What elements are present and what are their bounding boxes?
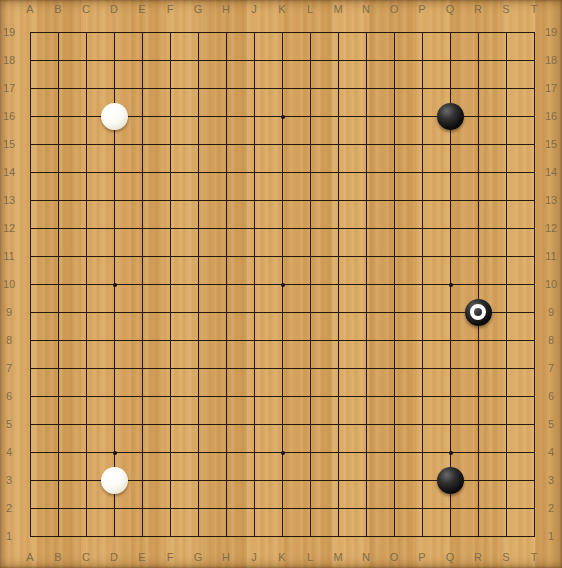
intersection-F15[interactable] [156,130,184,158]
intersection-S13[interactable] [492,186,520,214]
intersection-J7[interactable] [240,354,268,382]
intersection-T4[interactable] [520,438,548,466]
intersection-E11[interactable] [128,242,156,270]
intersection-C18[interactable] [72,46,100,74]
intersection-D19[interactable] [100,18,128,46]
intersection-K6[interactable] [268,382,296,410]
intersection-N18[interactable] [352,46,380,74]
intersection-E4[interactable] [128,438,156,466]
intersection-Q3[interactable] [436,466,464,494]
intersection-C15[interactable] [72,130,100,158]
intersection-A16[interactable] [16,102,44,130]
intersection-M18[interactable] [324,46,352,74]
intersection-G2[interactable] [184,494,212,522]
intersection-F18[interactable] [156,46,184,74]
intersection-D1[interactable] [100,522,128,550]
intersection-K10[interactable] [268,270,296,298]
intersection-G9[interactable] [184,298,212,326]
intersection-C11[interactable] [72,242,100,270]
intersection-B14[interactable] [44,158,72,186]
intersection-Q19[interactable] [436,18,464,46]
intersection-G7[interactable] [184,354,212,382]
intersection-E6[interactable] [128,382,156,410]
intersection-N17[interactable] [352,74,380,102]
intersection-E10[interactable] [128,270,156,298]
intersection-R14[interactable] [464,158,492,186]
intersection-Q9[interactable] [436,298,464,326]
intersection-L7[interactable] [296,354,324,382]
intersection-F13[interactable] [156,186,184,214]
intersection-E12[interactable] [128,214,156,242]
intersection-O7[interactable] [380,354,408,382]
intersection-F11[interactable] [156,242,184,270]
intersection-M17[interactable] [324,74,352,102]
intersection-C3[interactable] [72,466,100,494]
intersection-O13[interactable] [380,186,408,214]
intersection-Q10[interactable] [436,270,464,298]
intersection-F1[interactable] [156,522,184,550]
intersection-D4[interactable] [100,438,128,466]
intersection-B18[interactable] [44,46,72,74]
intersection-F3[interactable] [156,466,184,494]
intersection-J10[interactable] [240,270,268,298]
intersection-J9[interactable] [240,298,268,326]
intersection-K18[interactable] [268,46,296,74]
intersection-N8[interactable] [352,326,380,354]
intersection-G19[interactable] [184,18,212,46]
intersection-N4[interactable] [352,438,380,466]
intersection-N14[interactable] [352,158,380,186]
intersection-Q16[interactable] [436,102,464,130]
intersection-G3[interactable] [184,466,212,494]
intersection-H16[interactable] [212,102,240,130]
intersection-R7[interactable] [464,354,492,382]
intersection-B7[interactable] [44,354,72,382]
intersection-K14[interactable] [268,158,296,186]
intersection-S10[interactable] [492,270,520,298]
intersection-P2[interactable] [408,494,436,522]
intersection-B2[interactable] [44,494,72,522]
intersection-S11[interactable] [492,242,520,270]
intersection-H4[interactable] [212,438,240,466]
intersection-G16[interactable] [184,102,212,130]
intersection-Q11[interactable] [436,242,464,270]
intersection-N10[interactable] [352,270,380,298]
intersection-F10[interactable] [156,270,184,298]
intersection-D8[interactable] [100,326,128,354]
intersection-L1[interactable] [296,522,324,550]
intersection-H11[interactable] [212,242,240,270]
intersection-H18[interactable] [212,46,240,74]
intersection-S17[interactable] [492,74,520,102]
intersection-D14[interactable] [100,158,128,186]
intersection-R19[interactable] [464,18,492,46]
intersection-O6[interactable] [380,382,408,410]
intersection-K4[interactable] [268,438,296,466]
intersection-H19[interactable] [212,18,240,46]
intersection-F2[interactable] [156,494,184,522]
intersection-P14[interactable] [408,158,436,186]
intersection-T16[interactable] [520,102,548,130]
intersection-K2[interactable] [268,494,296,522]
intersection-R10[interactable] [464,270,492,298]
intersection-S2[interactable] [492,494,520,522]
intersection-S1[interactable] [492,522,520,550]
intersection-C17[interactable] [72,74,100,102]
intersection-S15[interactable] [492,130,520,158]
intersection-S4[interactable] [492,438,520,466]
intersection-N12[interactable] [352,214,380,242]
intersection-S8[interactable] [492,326,520,354]
intersection-M8[interactable] [324,326,352,354]
intersection-J8[interactable] [240,326,268,354]
intersection-R16[interactable] [464,102,492,130]
intersection-M1[interactable] [324,522,352,550]
intersection-A4[interactable] [16,438,44,466]
intersection-O17[interactable] [380,74,408,102]
intersection-M3[interactable] [324,466,352,494]
intersection-M9[interactable] [324,298,352,326]
intersection-C1[interactable] [72,522,100,550]
intersection-H14[interactable] [212,158,240,186]
intersection-Q8[interactable] [436,326,464,354]
intersection-C13[interactable] [72,186,100,214]
intersection-Q1[interactable] [436,522,464,550]
intersection-Q13[interactable] [436,186,464,214]
intersection-O19[interactable] [380,18,408,46]
intersection-A1[interactable] [16,522,44,550]
intersection-K13[interactable] [268,186,296,214]
intersection-P15[interactable] [408,130,436,158]
intersection-L15[interactable] [296,130,324,158]
intersection-P16[interactable] [408,102,436,130]
intersection-J12[interactable] [240,214,268,242]
intersection-O1[interactable] [380,522,408,550]
intersection-B1[interactable] [44,522,72,550]
intersection-A13[interactable] [16,186,44,214]
intersection-A17[interactable] [16,74,44,102]
intersection-K12[interactable] [268,214,296,242]
intersection-M6[interactable] [324,382,352,410]
intersection-P1[interactable] [408,522,436,550]
intersection-J1[interactable] [240,522,268,550]
intersection-E1[interactable] [128,522,156,550]
intersection-G15[interactable] [184,130,212,158]
intersection-A5[interactable] [16,410,44,438]
intersection-K8[interactable] [268,326,296,354]
intersection-A19[interactable] [16,18,44,46]
intersection-O4[interactable] [380,438,408,466]
intersection-D7[interactable] [100,354,128,382]
intersection-A2[interactable] [16,494,44,522]
intersection-H5[interactable] [212,410,240,438]
intersection-P5[interactable] [408,410,436,438]
intersection-T18[interactable] [520,46,548,74]
intersection-T11[interactable] [520,242,548,270]
intersection-K19[interactable] [268,18,296,46]
intersection-P6[interactable] [408,382,436,410]
intersection-S3[interactable] [492,466,520,494]
intersection-P13[interactable] [408,186,436,214]
intersection-B19[interactable] [44,18,72,46]
intersection-G6[interactable] [184,382,212,410]
intersection-A12[interactable] [16,214,44,242]
intersection-B11[interactable] [44,242,72,270]
intersection-D6[interactable] [100,382,128,410]
intersection-A9[interactable] [16,298,44,326]
intersection-M10[interactable] [324,270,352,298]
intersection-B9[interactable] [44,298,72,326]
intersection-M16[interactable] [324,102,352,130]
intersection-D9[interactable] [100,298,128,326]
intersection-D3[interactable] [100,466,128,494]
intersection-D15[interactable] [100,130,128,158]
intersection-M7[interactable] [324,354,352,382]
intersection-N16[interactable] [352,102,380,130]
intersection-G17[interactable] [184,74,212,102]
intersection-G4[interactable] [184,438,212,466]
intersection-A3[interactable] [16,466,44,494]
intersection-N13[interactable] [352,186,380,214]
intersection-N3[interactable] [352,466,380,494]
intersection-D10[interactable] [100,270,128,298]
intersection-J16[interactable] [240,102,268,130]
intersection-R9[interactable] [464,298,492,326]
intersection-H15[interactable] [212,130,240,158]
intersection-B3[interactable] [44,466,72,494]
intersection-S19[interactable] [492,18,520,46]
intersection-N11[interactable] [352,242,380,270]
intersection-H2[interactable] [212,494,240,522]
intersection-J18[interactable] [240,46,268,74]
intersection-T2[interactable] [520,494,548,522]
intersection-B12[interactable] [44,214,72,242]
intersection-Q5[interactable] [436,410,464,438]
intersection-N9[interactable] [352,298,380,326]
intersection-K1[interactable] [268,522,296,550]
intersection-E13[interactable] [128,186,156,214]
intersection-P18[interactable] [408,46,436,74]
intersection-J17[interactable] [240,74,268,102]
intersection-B17[interactable] [44,74,72,102]
intersection-H10[interactable] [212,270,240,298]
intersection-M19[interactable] [324,18,352,46]
intersection-R6[interactable] [464,382,492,410]
intersection-Q17[interactable] [436,74,464,102]
intersection-T1[interactable] [520,522,548,550]
intersection-T17[interactable] [520,74,548,102]
intersection-L12[interactable] [296,214,324,242]
intersection-Q2[interactable] [436,494,464,522]
intersection-R12[interactable] [464,214,492,242]
intersection-L13[interactable] [296,186,324,214]
intersection-E17[interactable] [128,74,156,102]
intersection-A18[interactable] [16,46,44,74]
intersection-D2[interactable] [100,494,128,522]
intersection-K11[interactable] [268,242,296,270]
intersection-R11[interactable] [464,242,492,270]
intersection-D12[interactable] [100,214,128,242]
intersection-P9[interactable] [408,298,436,326]
intersection-L2[interactable] [296,494,324,522]
intersection-E15[interactable] [128,130,156,158]
intersection-C8[interactable] [72,326,100,354]
intersection-S12[interactable] [492,214,520,242]
intersection-K17[interactable] [268,74,296,102]
intersection-H9[interactable] [212,298,240,326]
intersection-Q7[interactable] [436,354,464,382]
intersection-B15[interactable] [44,130,72,158]
intersection-T9[interactable] [520,298,548,326]
intersection-C7[interactable] [72,354,100,382]
intersection-Q18[interactable] [436,46,464,74]
intersection-R4[interactable] [464,438,492,466]
intersection-L10[interactable] [296,270,324,298]
intersection-N2[interactable] [352,494,380,522]
intersection-L8[interactable] [296,326,324,354]
intersection-L3[interactable] [296,466,324,494]
intersection-P12[interactable] [408,214,436,242]
intersection-K16[interactable] [268,102,296,130]
intersection-T12[interactable] [520,214,548,242]
intersection-K15[interactable] [268,130,296,158]
intersection-B10[interactable] [44,270,72,298]
intersection-R8[interactable] [464,326,492,354]
intersection-P19[interactable] [408,18,436,46]
intersection-J2[interactable] [240,494,268,522]
intersection-N1[interactable] [352,522,380,550]
intersection-L11[interactable] [296,242,324,270]
intersection-G12[interactable] [184,214,212,242]
intersection-L19[interactable] [296,18,324,46]
intersection-O2[interactable] [380,494,408,522]
intersection-P4[interactable] [408,438,436,466]
intersection-M2[interactable] [324,494,352,522]
intersection-J14[interactable] [240,158,268,186]
intersection-O12[interactable] [380,214,408,242]
intersection-G18[interactable] [184,46,212,74]
intersection-T13[interactable] [520,186,548,214]
intersection-L17[interactable] [296,74,324,102]
intersection-E9[interactable] [128,298,156,326]
intersection-A7[interactable] [16,354,44,382]
intersection-L14[interactable] [296,158,324,186]
intersection-F17[interactable] [156,74,184,102]
intersection-R3[interactable] [464,466,492,494]
intersection-C14[interactable] [72,158,100,186]
intersection-P17[interactable] [408,74,436,102]
intersection-G13[interactable] [184,186,212,214]
intersection-D18[interactable] [100,46,128,74]
intersection-Q14[interactable] [436,158,464,186]
intersection-Q6[interactable] [436,382,464,410]
intersection-J11[interactable] [240,242,268,270]
intersection-O3[interactable] [380,466,408,494]
intersection-R15[interactable] [464,130,492,158]
intersection-G1[interactable] [184,522,212,550]
intersection-F5[interactable] [156,410,184,438]
intersection-H3[interactable] [212,466,240,494]
intersection-E7[interactable] [128,354,156,382]
intersection-E19[interactable] [128,18,156,46]
intersection-B4[interactable] [44,438,72,466]
intersection-O16[interactable] [380,102,408,130]
intersection-A6[interactable] [16,382,44,410]
intersection-F6[interactable] [156,382,184,410]
intersection-N5[interactable] [352,410,380,438]
intersection-M14[interactable] [324,158,352,186]
intersection-T10[interactable] [520,270,548,298]
intersection-E2[interactable] [128,494,156,522]
intersection-H1[interactable] [212,522,240,550]
intersection-A8[interactable] [16,326,44,354]
intersection-C4[interactable] [72,438,100,466]
intersection-J19[interactable] [240,18,268,46]
intersection-M4[interactable] [324,438,352,466]
intersection-J5[interactable] [240,410,268,438]
intersection-L16[interactable] [296,102,324,130]
intersection-B5[interactable] [44,410,72,438]
intersection-E8[interactable] [128,326,156,354]
intersection-O5[interactable] [380,410,408,438]
intersection-T3[interactable] [520,466,548,494]
intersection-E18[interactable] [128,46,156,74]
intersection-P10[interactable] [408,270,436,298]
intersection-T7[interactable] [520,354,548,382]
intersection-C2[interactable] [72,494,100,522]
intersection-B6[interactable] [44,382,72,410]
intersection-P3[interactable] [408,466,436,494]
intersection-G10[interactable] [184,270,212,298]
intersection-M15[interactable] [324,130,352,158]
intersection-K7[interactable] [268,354,296,382]
intersection-C5[interactable] [72,410,100,438]
intersection-N19[interactable] [352,18,380,46]
intersection-C6[interactable] [72,382,100,410]
intersection-C9[interactable] [72,298,100,326]
intersection-A10[interactable] [16,270,44,298]
intersection-T5[interactable] [520,410,548,438]
intersection-B8[interactable] [44,326,72,354]
intersection-S9[interactable] [492,298,520,326]
intersection-D16[interactable] [100,102,128,130]
intersection-L5[interactable] [296,410,324,438]
intersection-F14[interactable] [156,158,184,186]
intersection-H12[interactable] [212,214,240,242]
intersection-S16[interactable] [492,102,520,130]
intersection-F12[interactable] [156,214,184,242]
intersection-R1[interactable] [464,522,492,550]
intersection-D11[interactable] [100,242,128,270]
intersection-F8[interactable] [156,326,184,354]
intersection-L9[interactable] [296,298,324,326]
intersection-F4[interactable] [156,438,184,466]
intersection-L18[interactable] [296,46,324,74]
intersection-C19[interactable] [72,18,100,46]
intersection-D17[interactable] [100,74,128,102]
intersection-O10[interactable] [380,270,408,298]
intersection-R17[interactable] [464,74,492,102]
intersection-H13[interactable] [212,186,240,214]
intersection-C10[interactable] [72,270,100,298]
intersection-O18[interactable] [380,46,408,74]
intersection-J4[interactable] [240,438,268,466]
intersection-J3[interactable] [240,466,268,494]
intersection-R5[interactable] [464,410,492,438]
intersection-Q4[interactable] [436,438,464,466]
intersection-K3[interactable] [268,466,296,494]
intersection-B13[interactable] [44,186,72,214]
